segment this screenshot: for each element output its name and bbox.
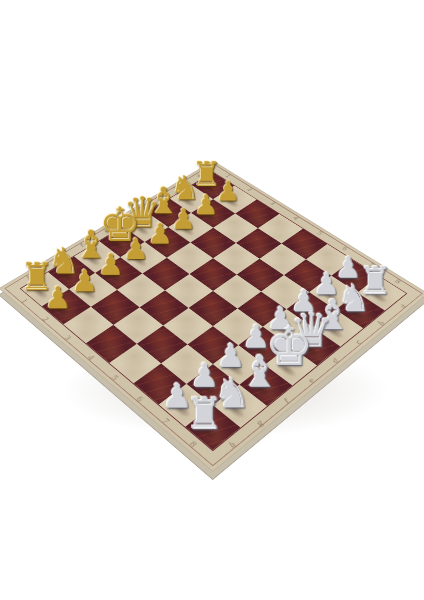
gold-pawn-h2: ♟ bbox=[41, 283, 76, 314]
silver-rook-h8: ♜ bbox=[185, 392, 224, 436]
board-grid: ♜♟♟♜♞♟♟♞♝♟♟♝♛♟♟♛♚♟♟♚♝♟♟♝♞♟♟♞♜♟♟♜ bbox=[20, 172, 408, 452]
chess-board: ♜♟♟♜♞♟♟♞♝♟♟♝♛♟♟♛♚♟♟♚♝♟♟♝♞♟♟♞♜♟♟♜ 1234567… bbox=[0, 161, 424, 471]
photo-scene: ♜♟♟♜♞♟♟♞♝♟♟♝♛♟♟♛♚♟♟♚♝♟♟♝♞♟♟♞♜♟♟♜ 1234567… bbox=[0, 0, 424, 600]
